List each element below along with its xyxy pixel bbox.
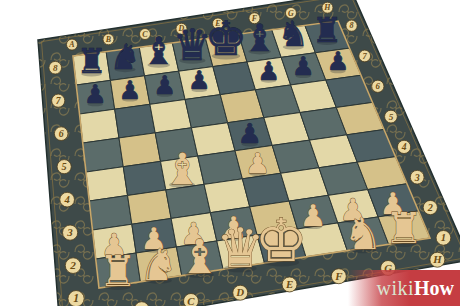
piece-white-king-e1[interactable]: ♚ — [255, 206, 308, 275]
piece-black-pawn-h7[interactable]: ♟ — [326, 46, 349, 76]
label-right-8: 8 — [350, 21, 354, 30]
label-bottom-F: F — [334, 270, 343, 282]
piece-black-knight-g8[interactable]: ♞ — [278, 13, 309, 54]
label-right-5: 5 — [389, 112, 394, 122]
piece-white-rook-a1[interactable]: ♜ — [99, 246, 137, 296]
label-left-5: 5 — [62, 161, 67, 172]
label-bottom-E: E — [285, 278, 293, 290]
label-bottom-H: H — [432, 253, 442, 265]
label-right-2: 2 — [427, 202, 433, 213]
watermark-how: How — [414, 278, 454, 298]
label-bottom-D: D — [235, 286, 244, 298]
piece-black-king-e8[interactable]: ♚ — [205, 11, 247, 66]
piece-black-rook-a8[interactable]: ♜ — [76, 41, 107, 81]
label-left-2: 2 — [69, 259, 76, 271]
piece-black-pawn-a7[interactable]: ♟ — [84, 79, 107, 109]
piece-black-knight-b8[interactable]: ♞ — [109, 36, 140, 77]
label-left-3: 3 — [66, 226, 73, 238]
piece-black-pawn-b7[interactable]: ♟ — [118, 75, 141, 105]
label-right-6: 6 — [376, 81, 381, 91]
piece-white-knight-b1[interactable]: ♞ — [139, 239, 178, 290]
label-right-1: 1 — [441, 231, 446, 243]
photo-background: ABCDEFGHABCDEFGH8765432187654321♜♞♝♛♚♝♞♜… — [0, 0, 460, 306]
label-left-1: 1 — [73, 292, 79, 305]
piece-black-pawn-g7[interactable]: ♟ — [292, 51, 315, 81]
piece-black-pawn-f7[interactable]: ♟ — [257, 56, 280, 86]
label-left-4: 4 — [63, 194, 69, 205]
piece-white-bishop-c1[interactable]: ♝ — [178, 229, 220, 284]
piece-black-pawn-c7[interactable]: ♟ — [153, 70, 176, 100]
label-top-A: A — [68, 40, 74, 49]
square-c6[interactable] — [150, 99, 192, 132]
piece-white-rook-h1[interactable]: ♜ — [385, 203, 423, 253]
wikihow-watermark: wikiHow — [348, 270, 460, 306]
piece-white-pawn-e4[interactable]: ♟ — [245, 147, 270, 180]
piece-black-pawn-d7[interactable]: ♟ — [188, 65, 211, 95]
piece-white-bishop-c4[interactable]: ♝ — [163, 144, 202, 194]
piece-black-bishop-c8[interactable]: ♝ — [142, 29, 176, 73]
square-b6[interactable] — [115, 104, 156, 138]
label-bottom-C: C — [187, 295, 195, 306]
label-right-4: 4 — [401, 141, 407, 152]
watermark-wiki: wiki — [376, 278, 414, 298]
square-a5[interactable] — [83, 138, 124, 172]
piece-black-rook-h8[interactable]: ♜ — [312, 10, 343, 50]
piece-black-pawn-e5[interactable]: ♟ — [237, 118, 261, 149]
piece-white-knight-g1[interactable]: ♞ — [343, 208, 382, 259]
chess-board: ABCDEFGHABCDEFGH8765432187654321♜♞♝♛♚♝♞♜… — [0, 0, 460, 306]
square-a6[interactable] — [80, 109, 119, 143]
square-b5[interactable] — [119, 133, 161, 167]
piece-black-bishop-f8[interactable]: ♝ — [243, 16, 277, 60]
label-left-6: 6 — [59, 128, 64, 139]
label-left-8: 8 — [53, 63, 58, 73]
label-right-3: 3 — [414, 172, 420, 183]
